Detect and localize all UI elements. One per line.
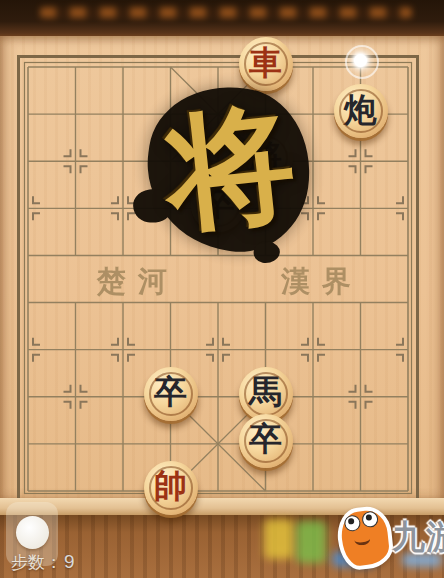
piece-black-卒[interactable]: 卒 [191,178,245,232]
mascot-smile-icon [354,533,371,547]
piece-glyph: 將 [249,141,282,174]
floating-circle-button[interactable] [6,502,58,566]
piece-red-車[interactable]: 車 [239,37,293,91]
last-move-glow-marker [354,54,367,67]
watermark-tile-green [296,521,326,563]
watermark-tile-yellow [264,519,294,559]
piece-red-帥[interactable]: 帥 [144,461,198,515]
piece-glyph: 卒 [202,188,235,221]
piece-black-馬[interactable]: 馬 [239,367,293,421]
piece-black-將[interactable]: 將 [239,131,293,185]
piece-glyph: 卒 [249,423,282,456]
jiuyou-watermark: 九游 [244,505,444,575]
board-grid[interactable]: 車炮將卒卒馬卒帥 [4,43,432,514]
piece-black-卒[interactable]: 卒 [239,414,293,468]
cropped-title-text [40,7,412,18]
mascot-eye-icon [344,514,362,532]
circle-icon [16,516,49,549]
piece-glyph: 帥 [154,470,187,503]
app-screen: 楚河 漢界 車炮將卒卒馬卒帥 将 步数：9 九游 [0,0,444,578]
title-bar [0,0,444,36]
piece-black-炮[interactable]: 炮 [334,84,388,138]
piece-glyph: 炮 [344,94,377,127]
watermark-brand-text: 九游 [392,515,444,560]
piece-glyph: 卒 [154,376,187,409]
piece-black-卒[interactable]: 卒 [144,367,198,421]
piece-glyph: 車 [249,47,282,80]
mascot-eye-icon [361,511,379,529]
piece-glyph: 馬 [249,376,282,409]
